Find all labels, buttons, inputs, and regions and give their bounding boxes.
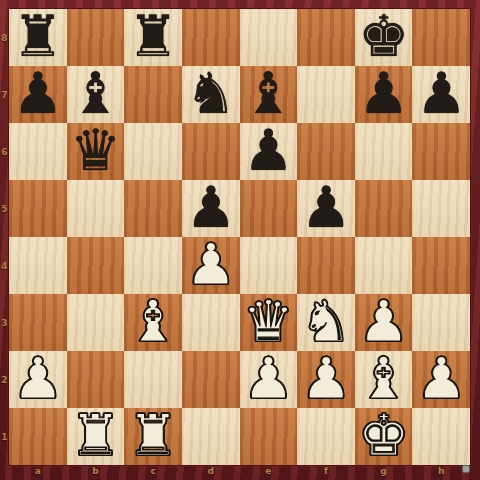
file-label-g: g (355, 464, 413, 480)
file-label-a: a (9, 464, 67, 480)
square-a8[interactable]: ♜ (9, 9, 67, 66)
black-pawn[interactable]: ♟ (358, 66, 409, 122)
square-a2[interactable]: ♟ (9, 351, 67, 408)
square-g2[interactable]: ♝ (355, 351, 413, 408)
square-g4[interactable] (355, 237, 413, 294)
black-queen[interactable]: ♛ (70, 123, 121, 179)
square-b2[interactable] (67, 351, 125, 408)
square-b6[interactable]: ♛ (67, 123, 125, 180)
square-a5[interactable] (9, 180, 67, 237)
file-label-c: c (124, 464, 182, 480)
rank-label-8: 8 (0, 33, 9, 43)
square-h4[interactable] (412, 237, 470, 294)
square-h1[interactable] (412, 408, 470, 465)
square-f4[interactable] (297, 237, 355, 294)
square-e2[interactable]: ♟ (240, 351, 298, 408)
white-rook[interactable]: ♜ (128, 408, 179, 464)
black-rook[interactable]: ♜ (12, 9, 63, 65)
chessboard: ♜♜♚♟♝♞♝♟♟♛♟♟♟♟♝♛♞♟♟♟♟♝♟♜♜♚ (9, 9, 470, 465)
rank-label-6: 6 (0, 147, 9, 157)
square-e7[interactable]: ♝ (240, 66, 298, 123)
black-pawn[interactable]: ♟ (300, 180, 351, 236)
square-b5[interactable] (67, 180, 125, 237)
rank-label-2: 2 (0, 375, 9, 385)
square-h8[interactable] (412, 9, 470, 66)
square-g7[interactable]: ♟ (355, 66, 413, 123)
white-king[interactable]: ♚ (358, 408, 409, 464)
square-c6[interactable] (124, 123, 182, 180)
rank-label-1: 1 (0, 432, 9, 442)
white-knight[interactable]: ♞ (300, 294, 351, 350)
white-bishop[interactable]: ♝ (358, 351, 409, 407)
square-g8[interactable]: ♚ (355, 9, 413, 66)
rank-label-3: 3 (0, 318, 9, 328)
square-e1[interactable] (240, 408, 298, 465)
square-f6[interactable] (297, 123, 355, 180)
square-a4[interactable] (9, 237, 67, 294)
black-knight[interactable]: ♞ (185, 66, 236, 122)
square-b8[interactable] (67, 9, 125, 66)
square-g5[interactable] (355, 180, 413, 237)
file-label-b: b (67, 464, 125, 480)
black-bishop[interactable]: ♝ (243, 66, 294, 122)
file-label-d: d (182, 464, 240, 480)
square-h3[interactable] (412, 294, 470, 351)
square-d2[interactable] (182, 351, 240, 408)
square-a1[interactable] (9, 408, 67, 465)
file-label-f: f (297, 464, 355, 480)
square-h6[interactable] (412, 123, 470, 180)
white-pawn[interactable]: ♟ (358, 294, 409, 350)
square-g3[interactable]: ♟ (355, 294, 413, 351)
square-b1[interactable]: ♜ (67, 408, 125, 465)
rank-label-5: 5 (0, 204, 9, 214)
black-pawn[interactable]: ♟ (243, 123, 294, 179)
black-king[interactable]: ♚ (358, 9, 409, 65)
rank-label-4: 4 (0, 261, 9, 271)
square-c1[interactable]: ♜ (124, 408, 182, 465)
white-pawn[interactable]: ♟ (185, 237, 236, 293)
square-f7[interactable] (297, 66, 355, 123)
white-rook[interactable]: ♜ (70, 408, 121, 464)
square-g1[interactable]: ♚ (355, 408, 413, 465)
square-d1[interactable] (182, 408, 240, 465)
square-d3[interactable] (182, 294, 240, 351)
black-bishop[interactable]: ♝ (70, 66, 121, 122)
white-pawn[interactable]: ♟ (416, 351, 467, 407)
black-pawn[interactable]: ♟ (416, 66, 467, 122)
chessboard-frame: ♜♜♚♟♝♞♝♟♟♛♟♟♟♟♝♛♞♟♟♟♟♝♟♜♜♚ 87654321 abcd… (0, 0, 480, 480)
square-c4[interactable] (124, 237, 182, 294)
square-h7[interactable]: ♟ (412, 66, 470, 123)
square-e6[interactable]: ♟ (240, 123, 298, 180)
square-e5[interactable] (240, 180, 298, 237)
square-a3[interactable] (9, 294, 67, 351)
square-g6[interactable] (355, 123, 413, 180)
rank-label-7: 7 (0, 90, 9, 100)
square-f3[interactable]: ♞ (297, 294, 355, 351)
white-pawn[interactable]: ♟ (243, 351, 294, 407)
white-queen[interactable]: ♛ (243, 294, 294, 350)
square-f8[interactable] (297, 9, 355, 66)
black-rook[interactable]: ♜ (128, 9, 179, 65)
square-b4[interactable] (67, 237, 125, 294)
square-d7[interactable]: ♞ (182, 66, 240, 123)
white-pawn[interactable]: ♟ (300, 351, 351, 407)
square-c3[interactable]: ♝ (124, 294, 182, 351)
square-c7[interactable] (124, 66, 182, 123)
file-label-e: e (240, 464, 298, 480)
square-f2[interactable]: ♟ (297, 351, 355, 408)
white-pawn[interactable]: ♟ (12, 351, 63, 407)
square-d8[interactable] (182, 9, 240, 66)
black-pawn[interactable]: ♟ (185, 180, 236, 236)
black-pawn[interactable]: ♟ (12, 66, 63, 122)
square-c8[interactable]: ♜ (124, 9, 182, 66)
square-d6[interactable] (182, 123, 240, 180)
white-bishop[interactable]: ♝ (128, 294, 179, 350)
square-f1[interactable] (297, 408, 355, 465)
square-d4[interactable]: ♟ (182, 237, 240, 294)
square-a6[interactable] (9, 123, 67, 180)
square-h2[interactable]: ♟ (412, 351, 470, 408)
square-b3[interactable] (67, 294, 125, 351)
square-e8[interactable] (240, 9, 298, 66)
square-e4[interactable] (240, 237, 298, 294)
square-a7[interactable]: ♟ (9, 66, 67, 123)
resize-handle-icon[interactable] (462, 465, 470, 473)
square-c2[interactable] (124, 351, 182, 408)
square-c5[interactable] (124, 180, 182, 237)
square-h5[interactable] (412, 180, 470, 237)
square-f5[interactable]: ♟ (297, 180, 355, 237)
square-e3[interactable]: ♛ (240, 294, 298, 351)
square-d5[interactable]: ♟ (182, 180, 240, 237)
square-b7[interactable]: ♝ (67, 66, 125, 123)
